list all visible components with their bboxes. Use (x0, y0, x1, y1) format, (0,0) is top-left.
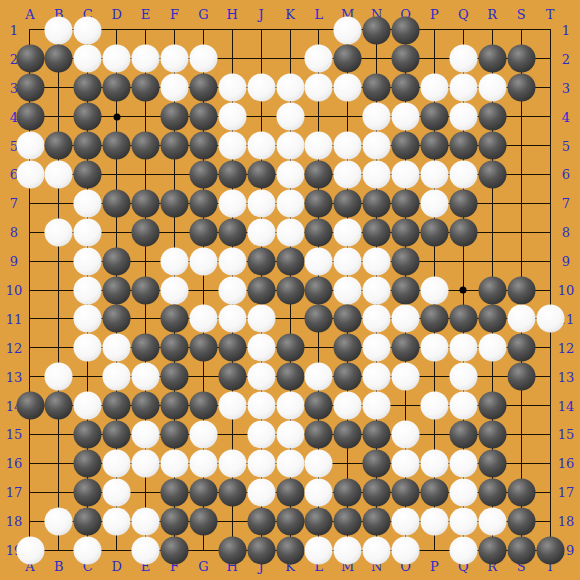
intersection-E14[interactable] (131, 391, 160, 420)
intersection-Q7[interactable] (449, 189, 478, 218)
intersection-M17[interactable] (333, 478, 362, 507)
intersection-D7[interactable] (102, 189, 131, 218)
intersection-P13[interactable] (420, 362, 449, 391)
intersection-R19[interactable] (478, 536, 507, 565)
intersection-M15[interactable] (333, 420, 362, 449)
intersection-P6[interactable] (420, 160, 449, 189)
intersection-J19[interactable] (247, 536, 276, 565)
intersection-P16[interactable] (420, 449, 449, 478)
intersection-Q9[interactable] (449, 247, 478, 276)
intersection-N19[interactable] (362, 536, 391, 565)
intersection-G9[interactable] (189, 247, 218, 276)
intersection-H5[interactable] (218, 131, 247, 160)
intersection-O4[interactable] (391, 102, 420, 131)
intersection-E11[interactable] (131, 304, 160, 333)
intersection-M3[interactable] (333, 73, 362, 102)
intersection-K4[interactable] (276, 102, 305, 131)
intersection-O12[interactable] (391, 333, 420, 362)
intersection-M10[interactable] (333, 276, 362, 305)
intersection-N15[interactable] (362, 420, 391, 449)
intersection-T7[interactable] (536, 189, 565, 218)
intersection-H13[interactable] (218, 362, 247, 391)
intersection-K6[interactable] (276, 160, 305, 189)
intersection-L2[interactable] (304, 44, 333, 73)
intersection-O5[interactable] (391, 131, 420, 160)
intersection-T17[interactable] (536, 478, 565, 507)
intersection-F16[interactable] (160, 449, 189, 478)
intersection-O7[interactable] (391, 189, 420, 218)
intersection-M14[interactable] (333, 391, 362, 420)
intersection-F15[interactable] (160, 420, 189, 449)
intersection-D6[interactable] (102, 160, 131, 189)
intersection-A3[interactable] (16, 73, 45, 102)
intersection-H17[interactable] (218, 478, 247, 507)
intersection-M5[interactable] (333, 131, 362, 160)
intersection-A14[interactable] (16, 391, 45, 420)
intersection-F5[interactable] (160, 131, 189, 160)
intersection-S8[interactable] (507, 218, 536, 247)
intersection-E1[interactable] (131, 16, 160, 45)
intersection-M18[interactable] (333, 507, 362, 536)
intersection-S14[interactable] (507, 391, 536, 420)
intersection-M1[interactable] (333, 16, 362, 45)
intersection-C17[interactable] (73, 478, 102, 507)
intersection-D15[interactable] (102, 420, 131, 449)
intersection-P8[interactable] (420, 218, 449, 247)
intersection-M6[interactable] (333, 160, 362, 189)
intersection-S10[interactable] (507, 276, 536, 305)
intersection-K5[interactable] (276, 131, 305, 160)
intersection-E5[interactable] (131, 131, 160, 160)
intersection-K8[interactable] (276, 218, 305, 247)
intersection-N2[interactable] (362, 44, 391, 73)
intersection-T2[interactable] (536, 44, 565, 73)
intersection-A8[interactable] (16, 218, 45, 247)
intersection-J13[interactable] (247, 362, 276, 391)
intersection-A12[interactable] (16, 333, 45, 362)
intersection-J8[interactable] (247, 218, 276, 247)
intersection-D13[interactable] (102, 362, 131, 391)
intersection-E18[interactable] (131, 507, 160, 536)
intersection-O2[interactable] (391, 44, 420, 73)
intersection-O11[interactable] (391, 304, 420, 333)
intersection-F3[interactable] (160, 73, 189, 102)
intersection-Q12[interactable] (449, 333, 478, 362)
intersection-B19[interactable] (44, 536, 73, 565)
intersection-P12[interactable] (420, 333, 449, 362)
intersection-K16[interactable] (276, 449, 305, 478)
intersection-J7[interactable] (247, 189, 276, 218)
intersection-Q11[interactable] (449, 304, 478, 333)
intersection-Q18[interactable] (449, 507, 478, 536)
intersection-O14[interactable] (391, 391, 420, 420)
intersection-J12[interactable] (247, 333, 276, 362)
intersection-S15[interactable] (507, 420, 536, 449)
intersection-J4[interactable] (247, 102, 276, 131)
intersection-G2[interactable] (189, 44, 218, 73)
intersection-L7[interactable] (304, 189, 333, 218)
intersection-B8[interactable] (44, 218, 73, 247)
intersection-M11[interactable] (333, 304, 362, 333)
intersection-B12[interactable] (44, 333, 73, 362)
intersection-Q4[interactable] (449, 102, 478, 131)
intersection-O15[interactable] (391, 420, 420, 449)
intersection-P10[interactable] (420, 276, 449, 305)
intersection-D18[interactable] (102, 507, 131, 536)
intersection-B11[interactable] (44, 304, 73, 333)
intersection-J9[interactable] (247, 247, 276, 276)
intersection-Q5[interactable] (449, 131, 478, 160)
intersection-A15[interactable] (16, 420, 45, 449)
intersection-H11[interactable] (218, 304, 247, 333)
intersection-R4[interactable] (478, 102, 507, 131)
intersection-A10[interactable] (16, 276, 45, 305)
intersection-S2[interactable] (507, 44, 536, 73)
intersection-N12[interactable] (362, 333, 391, 362)
intersection-R6[interactable] (478, 160, 507, 189)
intersection-E3[interactable] (131, 73, 160, 102)
intersection-C1[interactable] (73, 16, 102, 45)
intersection-B6[interactable] (44, 160, 73, 189)
intersection-F10[interactable] (160, 276, 189, 305)
intersection-L3[interactable] (304, 73, 333, 102)
intersection-L8[interactable] (304, 218, 333, 247)
intersection-K18[interactable] (276, 507, 305, 536)
intersection-D9[interactable] (102, 247, 131, 276)
intersection-J14[interactable] (247, 391, 276, 420)
intersection-S12[interactable] (507, 333, 536, 362)
intersection-A7[interactable] (16, 189, 45, 218)
intersection-S3[interactable] (507, 73, 536, 102)
intersection-A11[interactable] (16, 304, 45, 333)
intersection-G18[interactable] (189, 507, 218, 536)
intersection-E9[interactable] (131, 247, 160, 276)
intersection-Q1[interactable] (449, 16, 478, 45)
intersection-R16[interactable] (478, 449, 507, 478)
intersection-C7[interactable] (73, 189, 102, 218)
intersection-N3[interactable] (362, 73, 391, 102)
intersection-P9[interactable] (420, 247, 449, 276)
intersection-L1[interactable] (304, 16, 333, 45)
intersection-S9[interactable] (507, 247, 536, 276)
intersection-G1[interactable] (189, 16, 218, 45)
intersection-B7[interactable] (44, 189, 73, 218)
intersection-A1[interactable] (16, 16, 45, 45)
intersection-A4[interactable] (16, 102, 45, 131)
intersection-H14[interactable] (218, 391, 247, 420)
intersection-G11[interactable] (189, 304, 218, 333)
intersection-E4[interactable] (131, 102, 160, 131)
intersection-T11[interactable] (536, 304, 565, 333)
intersection-N4[interactable] (362, 102, 391, 131)
intersection-H9[interactable] (218, 247, 247, 276)
intersection-K10[interactable] (276, 276, 305, 305)
intersection-G5[interactable] (189, 131, 218, 160)
intersection-F1[interactable] (160, 16, 189, 45)
intersection-K15[interactable] (276, 420, 305, 449)
intersection-T4[interactable] (536, 102, 565, 131)
intersection-P4[interactable] (420, 102, 449, 131)
intersection-Q19[interactable] (449, 536, 478, 565)
intersection-N18[interactable] (362, 507, 391, 536)
intersection-T18[interactable] (536, 507, 565, 536)
intersection-Q14[interactable] (449, 391, 478, 420)
intersection-N1[interactable] (362, 16, 391, 45)
intersection-Q2[interactable] (449, 44, 478, 73)
intersection-R3[interactable] (478, 73, 507, 102)
intersection-C4[interactable] (73, 102, 102, 131)
intersection-P14[interactable] (420, 391, 449, 420)
intersection-P5[interactable] (420, 131, 449, 160)
intersection-P17[interactable] (420, 478, 449, 507)
intersection-L17[interactable] (304, 478, 333, 507)
intersection-K19[interactable] (276, 536, 305, 565)
intersection-H6[interactable] (218, 160, 247, 189)
intersection-K14[interactable] (276, 391, 305, 420)
intersection-R18[interactable] (478, 507, 507, 536)
intersection-R1[interactable] (478, 16, 507, 45)
intersection-L18[interactable] (304, 507, 333, 536)
intersection-K9[interactable] (276, 247, 305, 276)
intersection-L13[interactable] (304, 362, 333, 391)
intersection-R17[interactable] (478, 478, 507, 507)
intersection-K3[interactable] (276, 73, 305, 102)
intersection-M12[interactable] (333, 333, 362, 362)
intersection-B5[interactable] (44, 131, 73, 160)
intersection-F12[interactable] (160, 333, 189, 362)
intersection-R7[interactable] (478, 189, 507, 218)
intersection-G14[interactable] (189, 391, 218, 420)
intersection-T1[interactable] (536, 16, 565, 45)
intersection-K7[interactable] (276, 189, 305, 218)
intersection-M19[interactable] (333, 536, 362, 565)
intersection-C19[interactable] (73, 536, 102, 565)
intersection-R10[interactable] (478, 276, 507, 305)
intersection-N5[interactable] (362, 131, 391, 160)
intersection-T8[interactable] (536, 218, 565, 247)
intersection-N7[interactable] (362, 189, 391, 218)
intersection-F11[interactable] (160, 304, 189, 333)
intersection-C16[interactable] (73, 449, 102, 478)
intersection-B13[interactable] (44, 362, 73, 391)
intersection-R13[interactable] (478, 362, 507, 391)
intersection-Q13[interactable] (449, 362, 478, 391)
intersection-Q8[interactable] (449, 218, 478, 247)
intersection-G10[interactable] (189, 276, 218, 305)
intersection-T6[interactable] (536, 160, 565, 189)
intersection-A18[interactable] (16, 507, 45, 536)
intersection-G19[interactable] (189, 536, 218, 565)
intersection-A5[interactable] (16, 131, 45, 160)
intersection-D11[interactable] (102, 304, 131, 333)
intersection-K11[interactable] (276, 304, 305, 333)
intersection-N11[interactable] (362, 304, 391, 333)
intersection-E15[interactable] (131, 420, 160, 449)
intersection-P19[interactable] (420, 536, 449, 565)
intersection-C9[interactable] (73, 247, 102, 276)
intersection-R9[interactable] (478, 247, 507, 276)
intersection-F2[interactable] (160, 44, 189, 73)
intersection-H3[interactable] (218, 73, 247, 102)
intersection-O13[interactable] (391, 362, 420, 391)
intersection-Q16[interactable] (449, 449, 478, 478)
intersection-L12[interactable] (304, 333, 333, 362)
intersection-F18[interactable] (160, 507, 189, 536)
intersection-K17[interactable] (276, 478, 305, 507)
intersection-T14[interactable] (536, 391, 565, 420)
intersection-M7[interactable] (333, 189, 362, 218)
intersection-H12[interactable] (218, 333, 247, 362)
intersection-J5[interactable] (247, 131, 276, 160)
intersection-G7[interactable] (189, 189, 218, 218)
intersection-J2[interactable] (247, 44, 276, 73)
intersection-J3[interactable] (247, 73, 276, 102)
intersection-L9[interactable] (304, 247, 333, 276)
intersection-B3[interactable] (44, 73, 73, 102)
intersection-B16[interactable] (44, 449, 73, 478)
intersection-H1[interactable] (218, 16, 247, 45)
intersection-O1[interactable] (391, 16, 420, 45)
intersection-E16[interactable] (131, 449, 160, 478)
intersection-A13[interactable] (16, 362, 45, 391)
intersection-T9[interactable] (536, 247, 565, 276)
intersection-T16[interactable] (536, 449, 565, 478)
intersection-E12[interactable] (131, 333, 160, 362)
intersection-J10[interactable] (247, 276, 276, 305)
intersection-F9[interactable] (160, 247, 189, 276)
intersection-O17[interactable] (391, 478, 420, 507)
intersection-J1[interactable] (247, 16, 276, 45)
intersection-N9[interactable] (362, 247, 391, 276)
intersection-N6[interactable] (362, 160, 391, 189)
intersection-B2[interactable] (44, 44, 73, 73)
intersection-E6[interactable] (131, 160, 160, 189)
intersection-N10[interactable] (362, 276, 391, 305)
intersection-J18[interactable] (247, 507, 276, 536)
intersection-S5[interactable] (507, 131, 536, 160)
intersection-E19[interactable] (131, 536, 160, 565)
intersection-H16[interactable] (218, 449, 247, 478)
intersection-G3[interactable] (189, 73, 218, 102)
intersection-D10[interactable] (102, 276, 131, 305)
intersection-P15[interactable] (420, 420, 449, 449)
intersection-K1[interactable] (276, 16, 305, 45)
intersection-L19[interactable] (304, 536, 333, 565)
intersection-S16[interactable] (507, 449, 536, 478)
intersection-N13[interactable] (362, 362, 391, 391)
intersection-S4[interactable] (507, 102, 536, 131)
intersection-C12[interactable] (73, 333, 102, 362)
intersection-P2[interactable] (420, 44, 449, 73)
intersection-C15[interactable] (73, 420, 102, 449)
intersection-N14[interactable] (362, 391, 391, 420)
intersection-S17[interactable] (507, 478, 536, 507)
intersection-R12[interactable] (478, 333, 507, 362)
intersection-E17[interactable] (131, 478, 160, 507)
intersection-D2[interactable] (102, 44, 131, 73)
intersection-A16[interactable] (16, 449, 45, 478)
intersection-G15[interactable] (189, 420, 218, 449)
intersection-D3[interactable] (102, 73, 131, 102)
intersection-J11[interactable] (247, 304, 276, 333)
intersection-A17[interactable] (16, 478, 45, 507)
intersection-T13[interactable] (536, 362, 565, 391)
intersection-R2[interactable] (478, 44, 507, 73)
intersection-O3[interactable] (391, 73, 420, 102)
intersection-B1[interactable] (44, 16, 73, 45)
intersection-R8[interactable] (478, 218, 507, 247)
intersection-J17[interactable] (247, 478, 276, 507)
intersection-G16[interactable] (189, 449, 218, 478)
intersection-L15[interactable] (304, 420, 333, 449)
intersection-M9[interactable] (333, 247, 362, 276)
intersection-T12[interactable] (536, 333, 565, 362)
intersection-H2[interactable] (218, 44, 247, 73)
intersection-R5[interactable] (478, 131, 507, 160)
intersection-O6[interactable] (391, 160, 420, 189)
intersection-H8[interactable] (218, 218, 247, 247)
intersection-T15[interactable] (536, 420, 565, 449)
intersection-F6[interactable] (160, 160, 189, 189)
intersection-F8[interactable] (160, 218, 189, 247)
intersection-S1[interactable] (507, 16, 536, 45)
intersection-F13[interactable] (160, 362, 189, 391)
intersection-C5[interactable] (73, 131, 102, 160)
intersection-E2[interactable] (131, 44, 160, 73)
intersection-Q15[interactable] (449, 420, 478, 449)
intersection-A6[interactable] (16, 160, 45, 189)
intersection-Q10[interactable] (449, 276, 478, 305)
intersection-Q3[interactable] (449, 73, 478, 102)
intersection-D12[interactable] (102, 333, 131, 362)
intersection-C11[interactable] (73, 304, 102, 333)
intersection-N17[interactable] (362, 478, 391, 507)
intersection-A9[interactable] (16, 247, 45, 276)
intersection-M13[interactable] (333, 362, 362, 391)
intersection-M2[interactable] (333, 44, 362, 73)
intersection-H19[interactable] (218, 536, 247, 565)
intersection-B9[interactable] (44, 247, 73, 276)
intersection-P18[interactable] (420, 507, 449, 536)
intersection-T3[interactable] (536, 73, 565, 102)
intersection-E8[interactable] (131, 218, 160, 247)
intersection-M16[interactable] (333, 449, 362, 478)
intersection-O19[interactable] (391, 536, 420, 565)
intersection-C3[interactable] (73, 73, 102, 102)
intersection-F7[interactable] (160, 189, 189, 218)
intersection-K12[interactable] (276, 333, 305, 362)
intersection-B14[interactable] (44, 391, 73, 420)
intersection-T10[interactable] (536, 276, 565, 305)
intersection-C2[interactable] (73, 44, 102, 73)
intersection-G6[interactable] (189, 160, 218, 189)
intersection-H18[interactable] (218, 507, 247, 536)
intersection-M8[interactable] (333, 218, 362, 247)
intersection-R15[interactable] (478, 420, 507, 449)
intersection-S13[interactable] (507, 362, 536, 391)
intersection-D14[interactable] (102, 391, 131, 420)
intersection-B15[interactable] (44, 420, 73, 449)
intersection-P11[interactable] (420, 304, 449, 333)
intersection-D19[interactable] (102, 536, 131, 565)
intersection-E10[interactable] (131, 276, 160, 305)
intersection-D4[interactable] (102, 102, 131, 131)
intersection-D5[interactable] (102, 131, 131, 160)
intersection-C18[interactable] (73, 507, 102, 536)
intersection-B17[interactable] (44, 478, 73, 507)
intersection-S7[interactable] (507, 189, 536, 218)
intersection-O18[interactable] (391, 507, 420, 536)
